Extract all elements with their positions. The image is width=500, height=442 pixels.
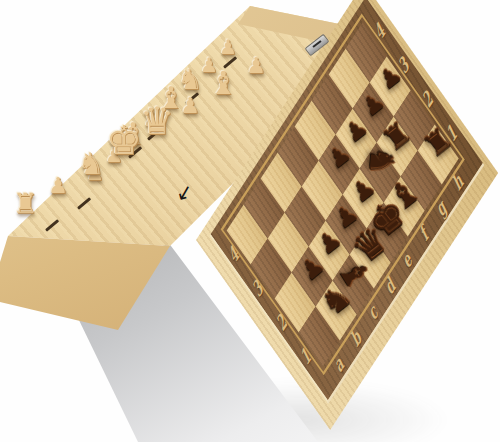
- light-piece-king: ♚: [106, 120, 142, 160]
- light-piece-pawn: ♟: [48, 175, 68, 197]
- light-piece-pawn: ♟: [219, 37, 237, 57]
- light-piece-rook: ♜: [12, 190, 37, 218]
- light-piece-bishop: ♝: [209, 67, 238, 99]
- light-piece-pawn: ♟: [180, 95, 200, 117]
- light-piece-pawn: ♟: [246, 55, 266, 77]
- light-piece-queen: ♛: [140, 102, 174, 140]
- light-piece-knight: ♞: [78, 149, 105, 179]
- product-photo-stage: 44332211abcdefgh ↙ ♟♟♟♟♟♟♟♟♞♜♞♝♛♚♝♜ ♟♟♞♝…: [0, 0, 500, 442]
